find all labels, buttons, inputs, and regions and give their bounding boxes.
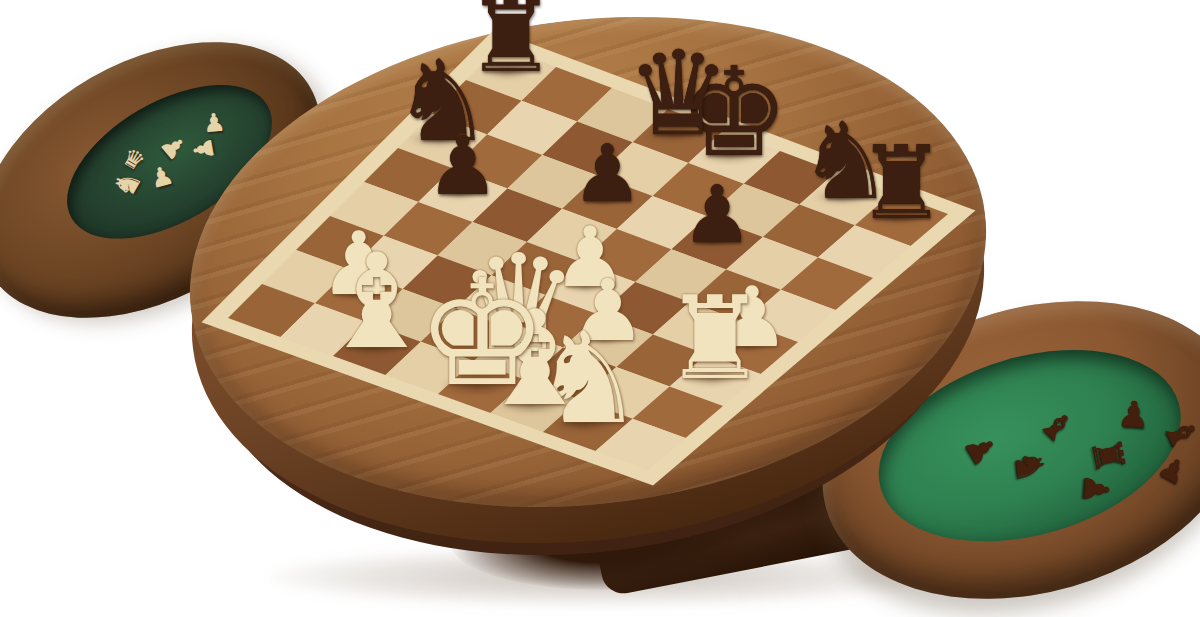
product-photo-stage: ♞♟♟♟♟♛ ♟♞♝♜♟♝♟♟ ♜♞♚♛♜♟♟♞♟♟♟♜♟♟♛♞♝♚♝ xyxy=(0,0,1200,617)
